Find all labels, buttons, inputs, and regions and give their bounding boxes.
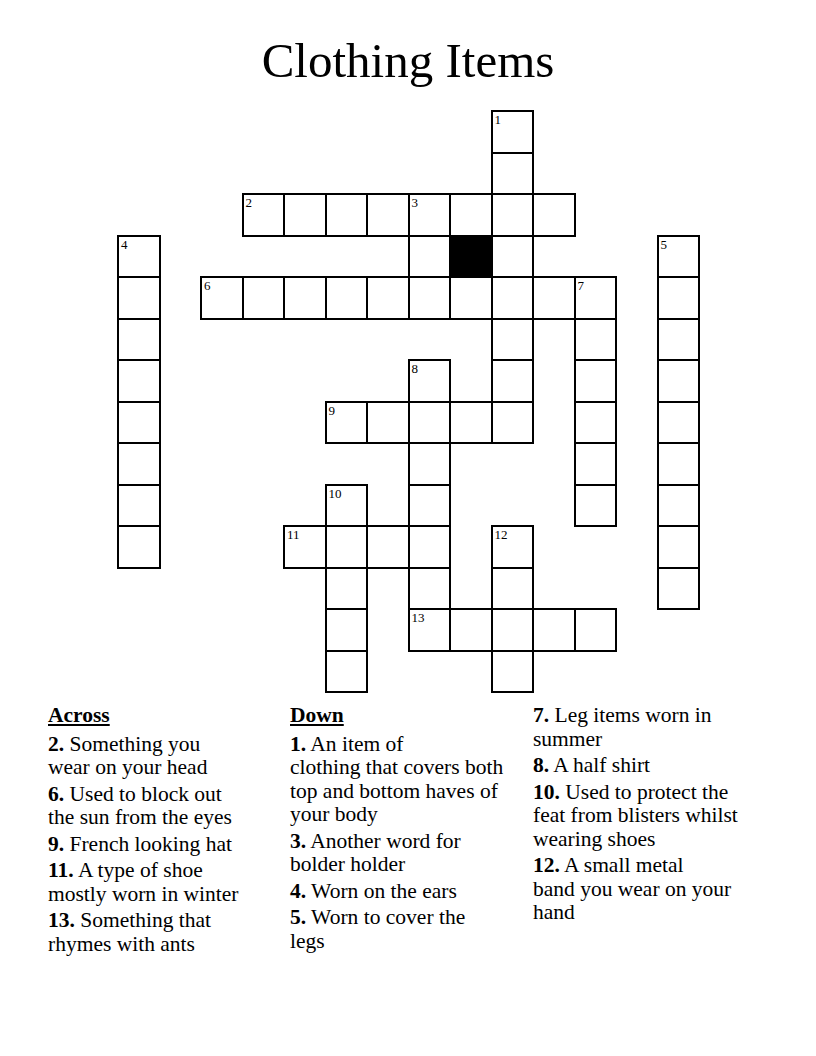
across-clue-6: 6. Used to block out the sun from the ey… [48,783,258,830]
cell-r9-c0[interactable] [117,484,161,528]
across-clue-13-number: 13. [48,908,75,932]
cell-r12-c11[interactable] [574,608,618,652]
crossword-grid: 12345678910111213 [117,110,701,694]
clue-number-2: 2 [246,195,253,210]
down-clue-7: 7. Leg items worn in summer [533,704,785,751]
cell-r11-c7[interactable] [408,567,452,611]
cell-r2-c3[interactable]: 2 [242,193,286,237]
down-clue-8-number: 8. [533,753,549,777]
cell-r7-c9[interactable] [491,401,535,445]
down-clue-4-number: 4. [290,879,306,903]
cell-r5-c13[interactable] [657,318,701,362]
cell-r4-c0[interactable] [117,276,161,320]
cell-r4-c9[interactable] [491,276,535,320]
across-clue-11-text: A type of shoe mostly worn in winter [48,858,239,906]
cell-r6-c7[interactable]: 8 [408,359,452,403]
across-header: Across [48,704,258,728]
down-clue-5-text: Worn to cover the legs [290,905,465,953]
cell-r10-c6[interactable] [366,525,410,569]
cell-r0-c9[interactable]: 1 [491,110,535,154]
cell-r10-c9[interactable]: 12 [491,525,535,569]
clue-number-1: 1 [495,112,502,127]
down-clue-3-text: Another word for bolder holder [290,829,461,877]
across-clue-2-text: Something you wear on your head [48,732,207,780]
cell-r5-c11[interactable] [574,318,618,362]
down-clue-10-number: 10. [533,780,560,804]
across-clues-list: 2. Something you wear on your head6. Use… [48,733,258,957]
cell-r1-c9[interactable] [491,152,535,196]
across-clue-9-number: 9. [48,832,64,856]
clue-number-6: 6 [204,278,211,293]
cell-r7-c0[interactable] [117,401,161,445]
cell-r4-c5[interactable] [325,276,369,320]
clue-number-12: 12 [495,527,508,542]
across-clue-6-text: Used to block out the sun from the eyes [48,782,232,830]
across-clue-9: 9. French looking hat [48,833,258,857]
cell-r10-c7[interactable] [408,525,452,569]
clue-number-7: 7 [578,278,585,293]
cell-r3-c7[interactable] [408,235,452,279]
clue-number-11: 11 [287,527,300,542]
cell-r9-c13[interactable] [657,484,701,528]
cell-r8-c7[interactable] [408,442,452,486]
down-clue-5: 5. Worn to cover the legs [290,906,530,953]
cell-r11-c5[interactable] [325,567,369,611]
cell-r4-c6[interactable] [366,276,410,320]
down-clue-12: 12. A small metal band you wear on your … [533,854,785,925]
cell-r7-c11[interactable] [574,401,618,445]
down-clue-7-text: Leg items worn in summer [533,703,712,751]
down-clue-3: 3. Another word for bolder holder [290,830,530,877]
down-clue-8: 8. A half shirt [533,754,785,778]
cell-r9-c11[interactable] [574,484,618,528]
cell-r6-c9[interactable] [491,359,535,403]
cell-r4-c13[interactable] [657,276,701,320]
cell-r2-c8[interactable] [449,193,493,237]
cell-r7-c8[interactable] [449,401,493,445]
cell-r8-c0[interactable] [117,442,161,486]
cell-r12-c8[interactable] [449,608,493,652]
cell-r7-c5[interactable]: 9 [325,401,369,445]
cell-r10-c13[interactable] [657,525,701,569]
cell-r12-c10[interactable] [532,608,576,652]
down-clue-4-text: Worn on the ears [306,879,457,903]
cell-r10-c0[interactable] [117,525,161,569]
cell-r3-c0[interactable]: 4 [117,235,161,279]
cell-r12-c7[interactable]: 13 [408,608,452,652]
cell-r11-c13[interactable] [657,567,701,611]
cell-r2-c7[interactable]: 3 [408,193,452,237]
cell-r2-c6[interactable] [366,193,410,237]
cell-r6-c13[interactable] [657,359,701,403]
down-clue-4: 4. Worn on the ears [290,880,530,904]
cell-r4-c8[interactable] [449,276,493,320]
cell-r10-c4[interactable]: 11 [283,525,327,569]
cell-r4-c7[interactable] [408,276,452,320]
cell-r3-c13[interactable]: 5 [657,235,701,279]
across-clue-2: 2. Something you wear on your head [48,733,258,780]
cell-r7-c7[interactable] [408,401,452,445]
cell-r2-c10[interactable] [532,193,576,237]
cell-r7-c6[interactable] [366,401,410,445]
cell-r12-c5[interactable] [325,608,369,652]
blocked-cell-r3-c8 [449,235,493,279]
down-clues-column: Down 1. An item of clothing that covers … [290,704,530,956]
across-clue-11: 11. A type of shoe mostly worn in winter [48,859,258,906]
down-clue-3-number: 3. [290,829,306,853]
cell-r3-c9[interactable] [491,235,535,279]
cell-r9-c5[interactable]: 10 [325,484,369,528]
cell-r2-c9[interactable] [491,193,535,237]
cell-r2-c5[interactable] [325,193,369,237]
cell-r4-c2[interactable]: 6 [200,276,244,320]
cell-r13-c5[interactable] [325,650,369,694]
across-clue-9-text: French looking hat [64,832,232,856]
down-clue-10: 10. Used to protect the feat from bliste… [533,781,785,852]
clue-number-4: 4 [121,237,128,252]
cell-r4-c4[interactable] [283,276,327,320]
across-clues-column: Across 2. Something you wear on your hea… [48,704,258,959]
down-clue-12-number: 12. [533,853,560,877]
cell-r5-c0[interactable] [117,318,161,362]
across-clue-11-number: 11. [48,858,74,882]
clue-number-8: 8 [412,361,419,376]
cell-r4-c11[interactable]: 7 [574,276,618,320]
cell-r6-c0[interactable] [117,359,161,403]
clue-number-13: 13 [412,610,425,625]
down-clue-7-number: 7. [533,703,549,727]
cell-r4-c3[interactable] [242,276,286,320]
down-clues-continued-column: 7. Leg items worn in summer8. A half shi… [533,704,785,928]
clue-number-10: 10 [329,486,342,501]
clue-number-9: 9 [329,403,336,418]
down-clue-5-number: 5. [290,905,306,929]
down-clue-12-text: A small metal band you wear on your hand [533,853,731,924]
down-clues-list: 1. An item of clothing that covers both … [290,733,530,954]
cell-r12-c9[interactable] [491,608,535,652]
cell-r8-c13[interactable] [657,442,701,486]
cell-r11-c9[interactable] [491,567,535,611]
cell-r13-c9[interactable] [491,650,535,694]
down-clue-8-text: A half shirt [549,753,650,777]
down-header: Down [290,704,530,728]
page-title: Clothing Items [0,34,816,88]
cell-r10-c5[interactable] [325,525,369,569]
down-clue-1: 1. An item of clothing that covers both … [290,733,530,827]
crossword-worksheet-page: Clothing Items 12345678910111213 Across … [0,0,816,1056]
down-clue-1-text: An item of clothing that covers both top… [290,732,503,827]
across-clue-2-number: 2. [48,732,64,756]
cell-r7-c13[interactable] [657,401,701,445]
across-clue-13: 13. Something that rhymes with ants [48,909,258,956]
cell-r9-c7[interactable] [408,484,452,528]
down-clue-1-number: 1. [290,732,306,756]
clue-number-5: 5 [661,237,668,252]
cell-r2-c4[interactable] [283,193,327,237]
cell-r8-c11[interactable] [574,442,618,486]
cell-r5-c9[interactable] [491,318,535,362]
cell-r6-c11[interactable] [574,359,618,403]
down-clues-continued-list: 7. Leg items worn in summer8. A half shi… [533,704,785,925]
down-clue-10-text: Used to protect the feat from blisters w… [533,780,738,851]
clue-number-3: 3 [412,195,419,210]
across-clue-6-number: 6. [48,782,64,806]
cell-r4-c10[interactable] [532,276,576,320]
